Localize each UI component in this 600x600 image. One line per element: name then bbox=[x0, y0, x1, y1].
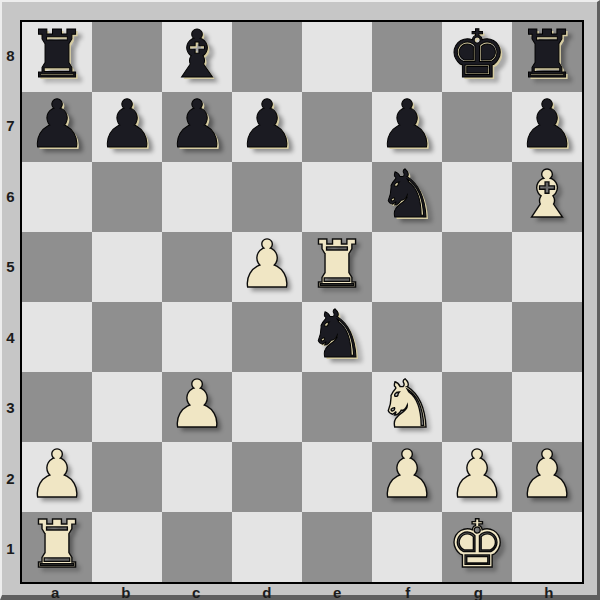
square-c1[interactable] bbox=[162, 512, 232, 582]
piece-white-king[interactable]: ♚ bbox=[447, 510, 506, 580]
square-c7[interactable]: ♟ bbox=[162, 92, 232, 162]
square-g4[interactable] bbox=[442, 302, 512, 372]
square-g8[interactable]: ♚ bbox=[442, 22, 512, 92]
piece-white-pawn[interactable]: ♟ bbox=[377, 440, 436, 510]
piece-black-knight[interactable]: ♞ bbox=[377, 160, 436, 230]
board-area: 87654321 abcdefgh ♜♝♚♜♟♟♟♟♟♟♞♝♟♜♞♟♞♟♟♟♟♜… bbox=[20, 20, 584, 584]
square-b5[interactable] bbox=[92, 232, 162, 302]
square-e7[interactable] bbox=[302, 92, 372, 162]
square-a2[interactable]: ♟ bbox=[22, 442, 92, 512]
piece-white-rook[interactable]: ♜ bbox=[27, 510, 86, 580]
square-h5[interactable] bbox=[512, 232, 582, 302]
square-g3[interactable] bbox=[442, 372, 512, 442]
piece-black-pawn[interactable]: ♟ bbox=[237, 90, 296, 160]
piece-black-pawn[interactable]: ♟ bbox=[377, 90, 436, 160]
square-h7[interactable]: ♟ bbox=[512, 92, 582, 162]
rank-label-2: 2 bbox=[2, 443, 19, 514]
square-d3[interactable] bbox=[232, 372, 302, 442]
rank-label-6: 6 bbox=[2, 161, 19, 232]
square-g6[interactable] bbox=[442, 162, 512, 232]
square-c2[interactable] bbox=[162, 442, 232, 512]
rank-label-3: 3 bbox=[2, 373, 19, 444]
square-c4[interactable] bbox=[162, 302, 232, 372]
board-frame: 87654321 abcdefgh ♜♝♚♜♟♟♟♟♟♟♞♝♟♜♞♟♞♟♟♟♟♜… bbox=[0, 0, 600, 600]
piece-black-pawn[interactable]: ♟ bbox=[517, 90, 576, 160]
square-f7[interactable]: ♟ bbox=[372, 92, 442, 162]
square-d2[interactable] bbox=[232, 442, 302, 512]
rank-label-7: 7 bbox=[2, 91, 19, 162]
file-label-d: d bbox=[232, 584, 303, 600]
piece-black-pawn[interactable]: ♟ bbox=[167, 90, 226, 160]
square-h2[interactable]: ♟ bbox=[512, 442, 582, 512]
square-f4[interactable] bbox=[372, 302, 442, 372]
piece-white-pawn[interactable]: ♟ bbox=[237, 230, 296, 300]
piece-black-king[interactable]: ♚ bbox=[447, 20, 506, 90]
square-g2[interactable]: ♟ bbox=[442, 442, 512, 512]
square-d6[interactable] bbox=[232, 162, 302, 232]
square-e1[interactable] bbox=[302, 512, 372, 582]
square-a4[interactable] bbox=[22, 302, 92, 372]
square-f5[interactable] bbox=[372, 232, 442, 302]
square-c5[interactable] bbox=[162, 232, 232, 302]
square-e2[interactable] bbox=[302, 442, 372, 512]
piece-white-bishop[interactable]: ♝ bbox=[517, 160, 576, 230]
file-label-c: c bbox=[161, 584, 232, 600]
square-a7[interactable]: ♟ bbox=[22, 92, 92, 162]
square-e6[interactable] bbox=[302, 162, 372, 232]
file-label-h: h bbox=[514, 584, 585, 600]
square-c3[interactable]: ♟ bbox=[162, 372, 232, 442]
square-c6[interactable] bbox=[162, 162, 232, 232]
square-d1[interactable] bbox=[232, 512, 302, 582]
square-e3[interactable] bbox=[302, 372, 372, 442]
square-h4[interactable] bbox=[512, 302, 582, 372]
piece-white-pawn[interactable]: ♟ bbox=[167, 370, 226, 440]
square-b6[interactable] bbox=[92, 162, 162, 232]
square-b2[interactable] bbox=[92, 442, 162, 512]
square-h1[interactable] bbox=[512, 512, 582, 582]
file-label-g: g bbox=[443, 584, 514, 600]
rank-label-1: 1 bbox=[2, 514, 19, 585]
square-d8[interactable] bbox=[232, 22, 302, 92]
square-h3[interactable] bbox=[512, 372, 582, 442]
square-b1[interactable] bbox=[92, 512, 162, 582]
square-b4[interactable] bbox=[92, 302, 162, 372]
square-f1[interactable] bbox=[372, 512, 442, 582]
piece-black-knight[interactable]: ♞ bbox=[307, 300, 366, 370]
file-label-e: e bbox=[302, 584, 373, 600]
rank-label-4: 4 bbox=[2, 302, 19, 373]
square-g5[interactable] bbox=[442, 232, 512, 302]
piece-white-rook[interactable]: ♜ bbox=[307, 230, 366, 300]
piece-black-bishop[interactable]: ♝ bbox=[167, 20, 226, 90]
piece-black-pawn[interactable]: ♟ bbox=[97, 90, 156, 160]
square-c8[interactable]: ♝ bbox=[162, 22, 232, 92]
square-a5[interactable] bbox=[22, 232, 92, 302]
piece-black-pawn[interactable]: ♟ bbox=[27, 90, 86, 160]
square-a3[interactable] bbox=[22, 372, 92, 442]
square-g1[interactable]: ♚ bbox=[442, 512, 512, 582]
square-a8[interactable]: ♜ bbox=[22, 22, 92, 92]
piece-white-pawn[interactable]: ♟ bbox=[517, 440, 576, 510]
square-b3[interactable] bbox=[92, 372, 162, 442]
square-f3[interactable]: ♞ bbox=[372, 372, 442, 442]
square-e5[interactable]: ♜ bbox=[302, 232, 372, 302]
piece-white-knight[interactable]: ♞ bbox=[377, 370, 436, 440]
piece-white-pawn[interactable]: ♟ bbox=[447, 440, 506, 510]
square-h6[interactable]: ♝ bbox=[512, 162, 582, 232]
square-d7[interactable]: ♟ bbox=[232, 92, 302, 162]
piece-black-rook[interactable]: ♜ bbox=[27, 20, 86, 90]
rank-label-5: 5 bbox=[2, 232, 19, 303]
piece-black-rook[interactable]: ♜ bbox=[517, 20, 576, 90]
rank-label-8: 8 bbox=[2, 20, 19, 91]
square-f2[interactable]: ♟ bbox=[372, 442, 442, 512]
file-label-f: f bbox=[373, 584, 444, 600]
square-d4[interactable] bbox=[232, 302, 302, 372]
square-f6[interactable]: ♞ bbox=[372, 162, 442, 232]
square-g7[interactable] bbox=[442, 92, 512, 162]
square-f8[interactable] bbox=[372, 22, 442, 92]
rank-labels: 87654321 bbox=[2, 20, 19, 584]
square-e8[interactable] bbox=[302, 22, 372, 92]
square-b8[interactable] bbox=[92, 22, 162, 92]
file-label-a: a bbox=[20, 584, 91, 600]
file-labels: abcdefgh bbox=[20, 584, 584, 600]
square-a1[interactable]: ♜ bbox=[22, 512, 92, 582]
file-label-b: b bbox=[91, 584, 162, 600]
chess-board: ♜♝♚♜♟♟♟♟♟♟♞♝♟♜♞♟♞♟♟♟♟♜♚ bbox=[20, 20, 584, 584]
square-h8[interactable]: ♜ bbox=[512, 22, 582, 92]
square-e4[interactable]: ♞ bbox=[302, 302, 372, 372]
square-a6[interactable] bbox=[22, 162, 92, 232]
square-b7[interactable]: ♟ bbox=[92, 92, 162, 162]
square-d5[interactable]: ♟ bbox=[232, 232, 302, 302]
piece-white-pawn[interactable]: ♟ bbox=[27, 440, 86, 510]
